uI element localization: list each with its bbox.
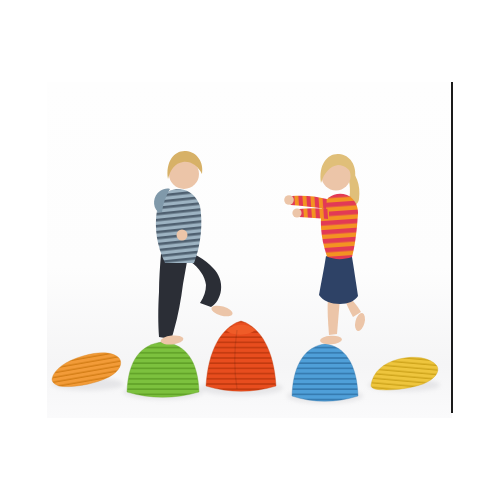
girl-arm-upper-sleeve (288, 196, 327, 209)
boy-right-foot (210, 304, 234, 319)
boy-left-leg-pants (158, 254, 188, 339)
boy-hand (177, 230, 188, 241)
stepping-stone-green (127, 342, 199, 397)
stepping-stones (52, 321, 438, 401)
girl-hand-far (284, 195, 294, 205)
stepping-stone-blue (292, 344, 358, 401)
boy-figure (154, 151, 234, 346)
scene-svg (0, 0, 500, 500)
girl-skirt (319, 256, 358, 304)
girl-hand-near (292, 208, 301, 217)
girl-left-foot (320, 335, 343, 345)
product-photo-canvas (0, 0, 500, 500)
girl-figure (284, 154, 366, 345)
